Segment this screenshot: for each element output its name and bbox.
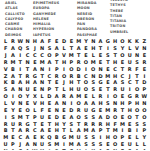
grid-cell[interactable]: T (133, 79, 140, 86)
grid-cell[interactable]: O (24, 106, 31, 113)
grid-cell[interactable]: T (75, 52, 82, 59)
grid-cell[interactable]: A (39, 127, 46, 134)
grid-cell[interactable]: S (97, 141, 104, 148)
grid-cell[interactable]: A (97, 113, 104, 120)
grid-cell[interactable]: P (119, 134, 126, 141)
grid-cell[interactable]: H (133, 100, 140, 107)
grid-cell[interactable]: R (82, 120, 89, 127)
grid-cell[interactable]: M (9, 59, 16, 66)
grid-cell[interactable]: A (17, 127, 24, 134)
grid-cell[interactable]: E (31, 59, 38, 66)
grid-cell[interactable]: C (119, 72, 126, 79)
grid-cell[interactable]: T (104, 59, 111, 66)
grid-cell[interactable]: R (68, 72, 75, 79)
grid-cell[interactable]: H (119, 100, 126, 107)
grid-cell[interactable]: U (24, 86, 31, 93)
grid-cell[interactable]: T (133, 72, 140, 79)
grid-cell[interactable]: C (17, 134, 24, 141)
grid-cell[interactable]: E (119, 59, 126, 66)
grid-cell[interactable]: O (75, 100, 82, 107)
grid-cell[interactable]: J (31, 45, 38, 52)
grid-cell[interactable]: L (133, 134, 140, 141)
grid-cell[interactable]: S (104, 52, 111, 59)
grid-cell[interactable]: A (31, 65, 38, 72)
grid-cell[interactable]: N (17, 86, 24, 93)
grid-cell[interactable]: E (82, 52, 89, 59)
grid-cell[interactable]: E (97, 52, 104, 59)
grid-cell[interactable]: L (31, 106, 38, 113)
grid-cell[interactable]: C (31, 127, 38, 134)
grid-cell[interactable]: A (9, 45, 16, 52)
grid-cell[interactable]: S (104, 100, 111, 107)
grid-cell[interactable]: M (119, 120, 126, 127)
grid-cell[interactable]: F (133, 65, 140, 72)
grid-cell[interactable]: U (119, 86, 126, 93)
grid-cell[interactable]: N (39, 45, 46, 52)
grid-cell[interactable]: O (82, 59, 89, 66)
grid-cell[interactable]: T (17, 59, 24, 66)
grid-cell[interactable]: H (39, 100, 46, 107)
grid-cell[interactable]: N (112, 148, 119, 151)
grid-cell[interactable]: N (17, 100, 24, 107)
grid-cell[interactable]: A (53, 100, 60, 107)
grid-cell[interactable]: L (133, 141, 140, 148)
grid-cell[interactable]: S (90, 141, 97, 148)
grid-cell[interactable]: I (141, 72, 148, 79)
grid-cell[interactable]: F (112, 120, 119, 127)
grid-cell[interactable]: O (133, 106, 140, 113)
grid-cell[interactable]: M (17, 113, 24, 120)
grid-cell[interactable]: B (75, 72, 82, 79)
grid-cell[interactable]: S (68, 120, 75, 127)
grid-cell[interactable]: M (75, 93, 82, 100)
grid-cell[interactable]: E (119, 113, 126, 120)
grid-cell[interactable]: G (31, 72, 38, 79)
grid-cell[interactable]: S (46, 141, 53, 148)
grid-cell[interactable]: A (75, 141, 82, 148)
grid-cell[interactable]: E (119, 148, 126, 151)
grid-cell[interactable]: R (60, 93, 67, 100)
grid-cell[interactable]: M (104, 106, 111, 113)
grid-cell[interactable]: B (2, 127, 9, 134)
grid-cell[interactable]: R (112, 86, 119, 93)
grid-cell[interactable]: E (46, 100, 53, 107)
grid-cell[interactable]: S (2, 86, 9, 93)
grid-cell[interactable]: S (24, 45, 31, 52)
grid-cell[interactable]: U (9, 120, 16, 127)
grid-cell[interactable]: I (82, 65, 89, 72)
grid-cell[interactable]: L (126, 45, 133, 52)
grid-cell[interactable]: T (60, 127, 67, 134)
grid-cell[interactable]: A (75, 45, 82, 52)
grid-cell[interactable]: P (68, 59, 75, 66)
grid-cell[interactable]: E (119, 93, 126, 100)
grid-cell[interactable]: Q (17, 45, 24, 52)
grid-cell[interactable]: E (104, 141, 111, 148)
grid-cell[interactable]: M (112, 127, 119, 134)
grid-cell[interactable]: C (39, 52, 46, 59)
grid-cell[interactable]: V (133, 45, 140, 52)
grid-cell[interactable]: T (53, 86, 60, 93)
grid-cell[interactable]: S (82, 141, 89, 148)
grid-cell[interactable]: O (75, 113, 82, 120)
grid-cell[interactable]: E (60, 113, 67, 120)
grid-cell[interactable]: E (60, 106, 67, 113)
grid-cell[interactable]: T (133, 113, 140, 120)
grid-cell[interactable]: M (68, 52, 75, 59)
grid-cell[interactable]: R (53, 72, 60, 79)
grid-cell[interactable]: E (2, 106, 9, 113)
grid-cell[interactable]: H (90, 45, 97, 52)
grid-cell[interactable]: N (97, 65, 104, 72)
grid-cell[interactable]: E (82, 93, 89, 100)
grid-cell[interactable]: P (53, 52, 60, 59)
grid-cell[interactable]: A (90, 100, 97, 107)
grid-cell[interactable]: Q (46, 134, 53, 141)
grid-cell[interactable]: Y (60, 120, 67, 127)
grid-cell[interactable]: P (97, 127, 104, 134)
grid-cell[interactable]: G (104, 38, 111, 45)
grid-cell[interactable]: C (126, 79, 133, 86)
grid-cell[interactable]: S (104, 148, 111, 151)
grid-cell[interactable]: E (31, 134, 38, 141)
grid-cell[interactable]: E (24, 100, 31, 107)
grid-cell[interactable]: Y (82, 38, 89, 45)
grid-cell[interactable]: T (39, 72, 46, 79)
grid-cell[interactable]: C (24, 52, 31, 59)
grid-cell[interactable]: D (53, 113, 60, 120)
grid-cell[interactable]: O (60, 72, 67, 79)
grid-cell[interactable]: T (112, 52, 119, 59)
grid-cell[interactable]: E (97, 106, 104, 113)
grid-cell[interactable]: R (90, 120, 97, 127)
grid-cell[interactable]: S (133, 120, 140, 127)
grid-cell[interactable]: L (90, 52, 97, 59)
grid-cell[interactable]: S (90, 86, 97, 93)
grid-cell[interactable]: E (68, 38, 75, 45)
grid-cell[interactable]: N (112, 100, 119, 107)
grid-cell[interactable]: S (46, 45, 53, 52)
grid-cell[interactable]: T (119, 65, 126, 72)
grid-cell[interactable]: I (17, 65, 24, 72)
grid-cell[interactable]: C (46, 72, 53, 79)
grid-cell[interactable]: D (75, 65, 82, 72)
grid-cell[interactable]: M (53, 141, 60, 148)
grid-cell[interactable]: I (46, 65, 53, 72)
grid-cell[interactable]: H (97, 100, 104, 107)
grid-cell[interactable]: L (90, 93, 97, 100)
grid-cell[interactable]: N (133, 52, 140, 59)
grid-cell[interactable]: E (119, 141, 126, 148)
grid-cell[interactable]: E (141, 65, 148, 72)
grid-cell[interactable]: P (9, 141, 16, 148)
grid-cell[interactable]: E (46, 127, 53, 134)
grid-cell[interactable]: S (82, 113, 89, 120)
grid-cell[interactable]: C (112, 65, 119, 72)
grid-cell[interactable]: O (2, 93, 9, 100)
grid-cell[interactable]: F (2, 45, 9, 52)
grid-cell[interactable]: V (75, 148, 82, 151)
grid-cell[interactable]: F (39, 106, 46, 113)
grid-cell[interactable]: U (39, 113, 46, 120)
grid-cell[interactable]: O (133, 86, 140, 93)
grid-cell[interactable]: E (46, 113, 53, 120)
grid-cell[interactable]: E (126, 134, 133, 141)
grid-cell[interactable]: X (31, 93, 38, 100)
grid-cell[interactable]: I (104, 93, 111, 100)
grid-cell[interactable]: A (97, 148, 104, 151)
grid-cell[interactable]: O (126, 113, 133, 120)
grid-cell[interactable]: B (9, 65, 16, 72)
grid-cell[interactable]: R (17, 120, 24, 127)
grid-cell[interactable]: I (82, 148, 89, 151)
grid-cell[interactable]: U (82, 106, 89, 113)
grid-cell[interactable]: T (17, 72, 24, 79)
grid-cell[interactable]: I (60, 141, 67, 148)
grid-cell[interactable]: A (97, 38, 104, 45)
grid-cell[interactable]: R (97, 120, 104, 127)
grid-cell[interactable]: Y (39, 148, 46, 151)
grid-cell[interactable]: R (2, 59, 9, 66)
grid-cell[interactable]: H (60, 59, 67, 66)
grid-cell[interactable]: R (141, 59, 148, 66)
grid-cell[interactable]: G (90, 106, 97, 113)
grid-cell[interactable]: O (112, 134, 119, 141)
grid-cell[interactable]: S (112, 45, 119, 52)
grid-cell[interactable]: S (141, 120, 148, 127)
grid-cell[interactable]: T (104, 127, 111, 134)
grid-cell[interactable]: H (24, 79, 31, 86)
grid-cell[interactable]: I (2, 113, 9, 120)
grid-cell[interactable]: T (24, 113, 31, 120)
grid-cell[interactable]: E (104, 79, 111, 86)
grid-cell[interactable]: D (60, 38, 67, 45)
grid-cell[interactable]: G (24, 120, 31, 127)
grid-cell[interactable]: W (141, 93, 148, 100)
grid-cell[interactable]: Y (24, 93, 31, 100)
grid-cell[interactable]: K (126, 38, 133, 45)
grid-cell[interactable]: E (97, 59, 104, 66)
grid-cell[interactable]: E (17, 106, 24, 113)
grid-cell[interactable]: Y (141, 134, 148, 141)
grid-cell[interactable]: H (68, 86, 75, 93)
grid-cell[interactable]: Z (141, 38, 148, 45)
grid-cell[interactable]: O (46, 52, 53, 59)
grid-cell[interactable]: V (9, 100, 16, 107)
grid-cell[interactable]: S (126, 148, 133, 151)
grid-cell[interactable]: R (75, 106, 82, 113)
grid-cell[interactable]: L (68, 127, 75, 134)
grid-cell[interactable]: P (53, 65, 60, 72)
grid-cell[interactable]: N (39, 79, 46, 86)
grid-cell[interactable]: Q (53, 148, 60, 151)
grid-cell[interactable]: J (17, 141, 24, 148)
grid-cell[interactable]: H (68, 79, 75, 86)
grid-cell[interactable]: A (141, 148, 148, 151)
grid-cell[interactable]: O (68, 65, 75, 72)
grid-cell[interactable]: N (60, 100, 67, 107)
grid-cell[interactable]: P (141, 127, 148, 134)
grid-cell[interactable]: M (90, 59, 97, 66)
grid-cell[interactable]: L (141, 141, 148, 148)
grid-cell[interactable]: S (9, 113, 16, 120)
grid-cell[interactable]: A (9, 72, 16, 79)
grid-cell[interactable]: S (90, 79, 97, 86)
grid-cell[interactable]: C (82, 72, 89, 79)
grid-cell[interactable]: H (104, 134, 111, 141)
grid-cell[interactable]: E (39, 120, 46, 127)
grid-cell[interactable]: T (46, 79, 53, 86)
grid-cell[interactable]: V (2, 65, 9, 72)
grid-cell[interactable]: O (82, 79, 89, 86)
grid-cell[interactable]: K (39, 134, 46, 141)
grid-cell[interactable]: T (24, 65, 31, 72)
grid-cell[interactable]: M (68, 141, 75, 148)
grid-cell[interactable]: H (112, 72, 119, 79)
grid-cell[interactable]: O (82, 86, 89, 93)
grid-cell[interactable]: H (112, 38, 119, 45)
grid-cell[interactable]: T (53, 59, 60, 66)
grid-cell[interactable]: G (17, 148, 24, 151)
grid-cell[interactable]: S (119, 79, 126, 86)
grid-cell[interactable]: E (53, 38, 60, 45)
grid-cell[interactable]: A (24, 141, 31, 148)
grid-cell[interactable]: I (46, 148, 53, 151)
grid-cell[interactable]: K (2, 79, 9, 86)
grid-cell[interactable]: O (141, 106, 148, 113)
grid-cell[interactable]: A (39, 38, 46, 45)
grid-cell[interactable]: H (112, 59, 119, 66)
grid-cell[interactable]: O (141, 113, 148, 120)
grid-cell[interactable]: M (75, 38, 82, 45)
grid-cell[interactable]: D (104, 113, 111, 120)
grid-cell[interactable]: G (68, 148, 75, 151)
grid-cell[interactable]: U (2, 141, 9, 148)
grid-cell[interactable]: A (53, 93, 60, 100)
grid-cell[interactable]: A (90, 127, 97, 134)
grid-cell[interactable]: I (9, 93, 16, 100)
grid-cell[interactable]: R (24, 72, 31, 79)
grid-cell[interactable]: J (2, 52, 9, 59)
grid-cell[interactable]: N (39, 86, 46, 93)
grid-cell[interactable]: M (104, 72, 111, 79)
grid-cell[interactable]: N (2, 148, 9, 151)
grid-cell[interactable]: E (104, 65, 111, 72)
grid-cell[interactable]: E (97, 86, 104, 93)
grid-cell[interactable]: I (17, 52, 24, 59)
grid-cell[interactable]: E (82, 45, 89, 52)
grid-cell[interactable]: M (68, 134, 75, 141)
grid-cell[interactable]: I (97, 134, 104, 141)
grid-cell[interactable]: N (24, 38, 31, 45)
grid-cell[interactable]: R (2, 120, 9, 127)
grid-cell[interactable]: I (60, 65, 67, 72)
grid-cell[interactable]: R (133, 93, 140, 100)
grid-cell[interactable]: A (24, 134, 31, 141)
grid-cell[interactable]: A (112, 79, 119, 86)
grid-cell[interactable]: I (104, 45, 111, 52)
grid-cell[interactable]: A (68, 113, 75, 120)
grid-cell[interactable]: P (46, 86, 53, 93)
grid-cell[interactable]: A (9, 86, 16, 93)
grid-cell[interactable]: H (53, 127, 60, 134)
grid-cell[interactable]: A (82, 100, 89, 107)
grid-cell[interactable]: J (126, 72, 133, 79)
grid-cell[interactable]: B (126, 127, 133, 134)
grid-cell[interactable]: B (53, 134, 60, 141)
grid-cell[interactable]: Y (119, 45, 126, 52)
grid-cell[interactable]: S (90, 113, 97, 120)
grid-cell[interactable]: Y (9, 106, 16, 113)
grid-cell[interactable]: M (82, 127, 89, 134)
grid-cell[interactable]: I (119, 127, 126, 134)
grid-cell[interactable]: T (31, 120, 38, 127)
grid-cell[interactable]: J (60, 79, 67, 86)
grid-cell[interactable]: N (53, 106, 60, 113)
grid-cell[interactable]: N (141, 45, 148, 52)
grid-cell[interactable]: G (97, 79, 104, 86)
grid-cell[interactable]: T (97, 45, 104, 52)
grid-cell[interactable]: L (60, 86, 67, 93)
grid-cell[interactable]: U (126, 52, 133, 59)
grid-cell[interactable]: D (68, 106, 75, 113)
grid-cell[interactable]: Z (2, 72, 9, 79)
grid-cell[interactable]: R (75, 59, 82, 66)
grid-cell[interactable]: E (141, 52, 148, 59)
grid-cell[interactable]: N (24, 59, 31, 66)
grid-cell[interactable]: K (133, 38, 140, 45)
grid-cell[interactable]: N (90, 38, 97, 45)
grid-cell[interactable]: O (112, 113, 119, 120)
grid-cell[interactable]: T (75, 79, 82, 86)
grid-cell[interactable]: M (39, 59, 46, 66)
grid-cell[interactable]: A (9, 52, 16, 59)
grid-cell[interactable]: B (9, 79, 16, 86)
grid-cell[interactable]: W (31, 148, 38, 151)
grid-cell[interactable]: O (119, 38, 126, 45)
grid-cell[interactable]: E (46, 106, 53, 113)
grid-cell[interactable]: E (31, 86, 38, 93)
grid-cell[interactable]: R (126, 65, 133, 72)
grid-cell[interactable]: I (126, 86, 133, 93)
grid-cell[interactable]: U (126, 59, 133, 66)
grid-cell[interactable]: U (39, 141, 46, 148)
grid-cell[interactable]: A (53, 45, 60, 52)
grid-cell[interactable]: E (126, 120, 133, 127)
grid-cell[interactable]: V (60, 52, 67, 59)
grid-cell[interactable]: N (141, 100, 148, 107)
grid-cell[interactable]: I (133, 127, 140, 134)
grid-cell[interactable]: G (60, 134, 67, 141)
grid-cell[interactable]: L (2, 38, 9, 45)
grid-cell[interactable]: P (31, 113, 38, 120)
grid-cell[interactable]: D (141, 79, 148, 86)
grid-cell[interactable]: T (68, 45, 75, 52)
grid-cell[interactable]: A (24, 148, 31, 151)
grid-cell[interactable]: H (31, 38, 38, 45)
grid-cell[interactable]: E (9, 134, 16, 141)
grid-cell[interactable]: E (53, 79, 60, 86)
grid-cell[interactable]: R (112, 106, 119, 113)
grid-cell[interactable]: T (46, 120, 53, 127)
grid-cell[interactable]: A (9, 148, 16, 151)
grid-cell[interactable]: H (104, 120, 111, 127)
grid-cell[interactable]: P (126, 100, 133, 107)
grid-cell[interactable]: T (119, 106, 126, 113)
grid-cell[interactable]: T (60, 148, 67, 151)
grid-cell[interactable]: N (39, 65, 46, 72)
grid-cell[interactable]: N (90, 72, 97, 79)
